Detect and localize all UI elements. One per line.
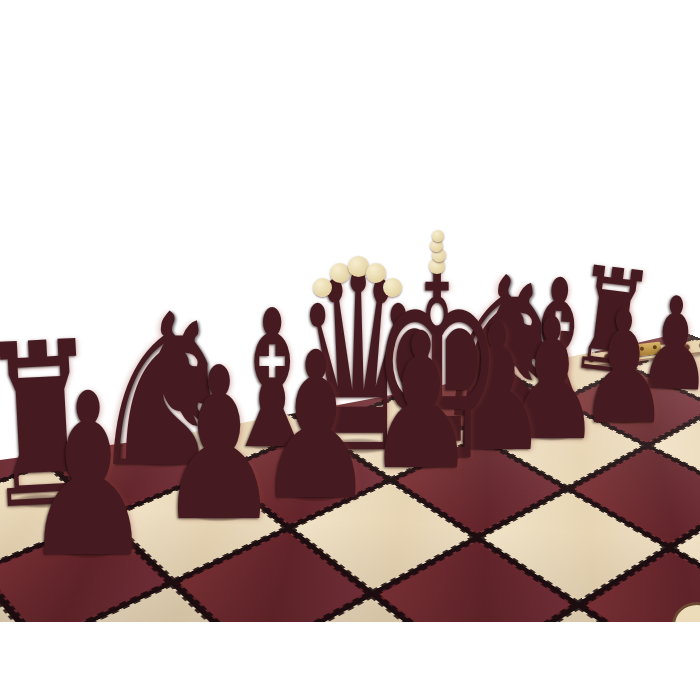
queen-crown-ball: [313, 278, 332, 297]
queen-crown-ball: [383, 278, 402, 297]
piece-pawn-b: ♟: [158, 340, 281, 551]
background-mask-bottom: [0, 622, 700, 700]
king-finial-ball: [432, 230, 444, 242]
piece-pawn-a: ♟: [22, 364, 153, 589]
queen-crown-ball: [366, 263, 386, 283]
piece-pawn-d: ♟: [366, 308, 476, 496]
chess-set-photo: ♜♞♝♛♚♞♝♜♟♟♟♟♟♟♟♟: [0, 0, 700, 700]
